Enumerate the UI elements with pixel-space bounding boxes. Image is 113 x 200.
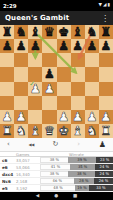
square-e8[interactable]: ♚ (57, 25, 71, 39)
white-pawn: ♟ (44, 82, 55, 96)
square-f1[interactable]: ♝ (71, 124, 85, 138)
square-b3[interactable] (14, 96, 28, 110)
games-count: 16,340 (13, 172, 40, 177)
square-g6[interactable] (85, 53, 99, 67)
square-e2[interactable]: ♟ (57, 110, 71, 124)
winrate-bar: 46 %28 %26 % (40, 178, 113, 184)
clock: 2:29 (3, 3, 17, 9)
white-knight: ♞ (16, 124, 27, 138)
black-pawn: ♟ (72, 39, 83, 53)
white-pawn: ♟ (58, 110, 69, 124)
square-g1[interactable]: ♞ (85, 124, 99, 138)
square-a4[interactable] (0, 82, 14, 96)
square-f4[interactable] (71, 82, 85, 96)
square-h3[interactable] (99, 96, 113, 110)
black-pawn: ♟ (100, 39, 111, 53)
square-h7[interactable]: ♟ (99, 39, 113, 53)
white-queen: ♛ (44, 124, 55, 138)
square-b2[interactable]: ♟ (14, 110, 28, 124)
square-h6[interactable] (99, 53, 113, 67)
black-bishop: ♝ (30, 25, 41, 39)
square-f6[interactable] (71, 53, 85, 67)
move-label: e5 (0, 186, 13, 191)
black-knight: ♞ (16, 25, 27, 39)
square-f7[interactable]: ♟ (71, 39, 85, 53)
draw-segment: 28 % (74, 178, 94, 184)
square-e5[interactable] (57, 67, 71, 81)
square-g5[interactable] (85, 67, 99, 81)
square-a2[interactable]: ♟ (0, 110, 14, 124)
square-a5[interactable] (0, 67, 14, 81)
black-win-segment: 24 % (95, 171, 113, 177)
white-win-segment: 38 % (40, 171, 68, 177)
white-pawn: ♟ (1, 110, 12, 124)
square-c3[interactable] (28, 96, 42, 110)
white-pawn: ♟ (72, 110, 83, 124)
black-pawn: ♟ (86, 39, 97, 53)
square-f8[interactable]: ♝ (71, 25, 85, 39)
battery-icon: ▮ (108, 3, 110, 8)
black-pawn: ♟ (1, 39, 12, 53)
black-king: ♚ (58, 25, 69, 39)
square-d7[interactable] (42, 39, 56, 53)
square-e3[interactable] (57, 96, 71, 110)
explorer-row-c6[interactable]: c633,05738 %39 %23 % (0, 157, 113, 164)
move-label: e6 (0, 165, 13, 170)
square-h5[interactable] (99, 67, 113, 81)
square-c8[interactable]: ♝ (28, 25, 42, 39)
square-a8[interactable]: ♜ (0, 25, 14, 39)
page-title: Queen's Gambit (5, 14, 69, 22)
square-f2[interactable]: ♟ (71, 110, 85, 124)
square-g8[interactable]: ♞ (85, 25, 99, 39)
square-g2[interactable]: ♟ (85, 110, 99, 124)
explorer-row-dxc4[interactable]: dxc416,34038 %38 %24 % (0, 171, 113, 178)
board-toolbar: ‹◀◀↻›♟ (0, 138, 113, 152)
winrate-header: Winrate (40, 152, 113, 157)
status-bar: 2:29 ▼◢▮ (0, 0, 113, 11)
winrate-bar: 38 %39 %23 % (40, 157, 113, 163)
chess-board[interactable]: ♜♞♝♛♚♝♞♜♟♟♟♟♟♟♟♟♟♟♟♟♟♟♟♟♜♞♝♛♚♝♞♜ ✓ (0, 25, 113, 138)
winrate-bar: 41 %35 %24 % (40, 164, 113, 170)
back-move-icon[interactable]: ‹ (7, 141, 10, 148)
overflow-menu-icon[interactable]: ⋮ (101, 14, 109, 23)
square-e6[interactable] (57, 53, 71, 67)
square-h4[interactable] (99, 82, 113, 96)
square-a3[interactable] (0, 96, 14, 110)
white-win-segment: 48 % (40, 185, 75, 191)
network-arrows-icon: ▼ (99, 3, 102, 8)
square-c7[interactable]: ♟ (28, 39, 42, 53)
square-d6[interactable] (42, 53, 56, 67)
square-e4[interactable] (57, 82, 71, 96)
winrate-bar: 38 %38 %24 % (40, 171, 113, 177)
white-rook: ♜ (1, 124, 12, 138)
app-screen: 2:29 ▼◢▮ Queen's Gambit ⋮ ♜♞♝♛♚♝♞♜♟♟♟♟♟♟… (0, 0, 113, 200)
draw-segment: 19 % (75, 185, 89, 191)
opening-explorer: Games Winrate c633,05738 %39 %23 %e653,0… (0, 152, 113, 192)
winrate-bar: 48 %19 %33 % (40, 185, 113, 191)
signal-icon: ◢ (103, 3, 106, 8)
black-win-segment: 24 % (95, 164, 113, 170)
games-header: Games (13, 152, 40, 157)
black-win-segment: 23 % (96, 157, 113, 163)
square-c2[interactable] (28, 110, 42, 124)
black-rook: ♜ (1, 25, 12, 39)
black-rook: ♜ (100, 25, 111, 39)
square-c4[interactable]: ♟ (28, 82, 42, 96)
draw-segment: 38 % (68, 171, 96, 177)
move-label: dxc4 (0, 172, 13, 177)
square-b5[interactable] (14, 67, 28, 81)
square-h8[interactable]: ♜ (99, 25, 113, 39)
explorer-row-e6[interactable]: e653,06641 %35 %24 % (0, 164, 113, 171)
games-count: 33,057 (13, 158, 40, 163)
draw-segment: 35 % (70, 164, 96, 170)
square-a6[interactable] (0, 53, 14, 67)
explorer-row-Nc6[interactable]: Nc62,16846 %28 %26 % (0, 178, 113, 185)
black-win-segment: 26 % (94, 178, 113, 184)
white-knight: ♞ (86, 124, 97, 138)
android-back-icon[interactable]: ◀ (36, 194, 39, 199)
title-bar: Queen's Gambit ⋮ (0, 11, 113, 25)
square-d1[interactable]: ♛ (42, 124, 56, 138)
android-home-icon[interactable]: ● (54, 194, 58, 199)
white-win-segment: 38 % (40, 157, 68, 163)
piece-setup-icon[interactable]: ♟ (99, 141, 106, 149)
white-bishop: ♝ (30, 124, 41, 138)
black-pawn: ♟ (16, 39, 27, 53)
square-a7[interactable]: ♟ (0, 39, 14, 53)
black-pawn: ♟ (58, 39, 69, 53)
white-pawn: ♟ (86, 110, 97, 124)
white-pawn: ♟ (100, 110, 111, 124)
forward-move-icon[interactable]: › (77, 141, 80, 148)
black-win-segment: 33 % (89, 185, 113, 191)
status-icons: ▼◢▮ (99, 3, 110, 8)
black-bishop: ♝ (72, 25, 83, 39)
white-bishop: ♝ (72, 124, 83, 138)
square-g4[interactable] (85, 82, 99, 96)
white-pawn: ♟ (16, 110, 27, 124)
square-h1[interactable]: ♜ (99, 124, 113, 138)
square-b6[interactable] (14, 53, 28, 67)
square-d5[interactable]: ♟ (42, 67, 56, 81)
explorer-header: Games Winrate (0, 152, 113, 157)
android-nav-bar: ◀●■ (0, 192, 113, 200)
square-d4[interactable]: ♟ (42, 82, 56, 96)
reset-icon[interactable]: ↻ (53, 141, 59, 148)
square-g3[interactable] (85, 96, 99, 110)
games-count: 3,192 (13, 186, 40, 191)
black-pawn: ♟ (30, 39, 41, 53)
white-rook: ♜ (100, 124, 111, 138)
black-pawn: ♟ (44, 67, 55, 81)
black-knight: ♞ (86, 25, 97, 39)
square-f3[interactable] (71, 96, 85, 110)
square-e1[interactable]: ♚ (57, 124, 71, 138)
move-label: c6 (0, 158, 13, 163)
square-h2[interactable]: ♟ (99, 110, 113, 124)
square-c5[interactable] (28, 67, 42, 81)
square-c6[interactable] (28, 53, 42, 67)
white-king: ♚ (58, 124, 69, 138)
explorer-row-e5[interactable]: e53,19248 %19 %33 % (0, 185, 113, 192)
square-d3[interactable] (42, 96, 56, 110)
games-count: 2,168 (13, 179, 40, 184)
square-a1[interactable]: ♜ (0, 124, 14, 138)
square-d8[interactable]: ♛ (42, 25, 56, 39)
square-e7[interactable]: ♟ (57, 39, 71, 53)
square-d2[interactable] (42, 110, 56, 124)
android-recents-icon[interactable]: ■ (73, 194, 77, 199)
black-queen: ♛ (44, 25, 55, 39)
white-win-segment: 46 % (40, 178, 74, 184)
square-b8[interactable]: ♞ (14, 25, 28, 39)
games-count: 53,066 (13, 165, 40, 170)
square-b1[interactable]: ♞ (14, 124, 28, 138)
white-pawn: ♟ (30, 82, 41, 96)
rewind-to-start-icon[interactable]: ◀◀ (29, 143, 34, 147)
square-b7[interactable]: ♟ (14, 39, 28, 53)
draw-segment: 39 % (68, 157, 96, 163)
square-b4[interactable] (14, 82, 28, 96)
move-label: Nc6 (0, 179, 13, 184)
square-c1[interactable]: ♝ (28, 124, 42, 138)
square-f5[interactable] (71, 67, 85, 81)
square-g7[interactable]: ♟ (85, 39, 99, 53)
white-win-segment: 41 % (40, 164, 70, 170)
